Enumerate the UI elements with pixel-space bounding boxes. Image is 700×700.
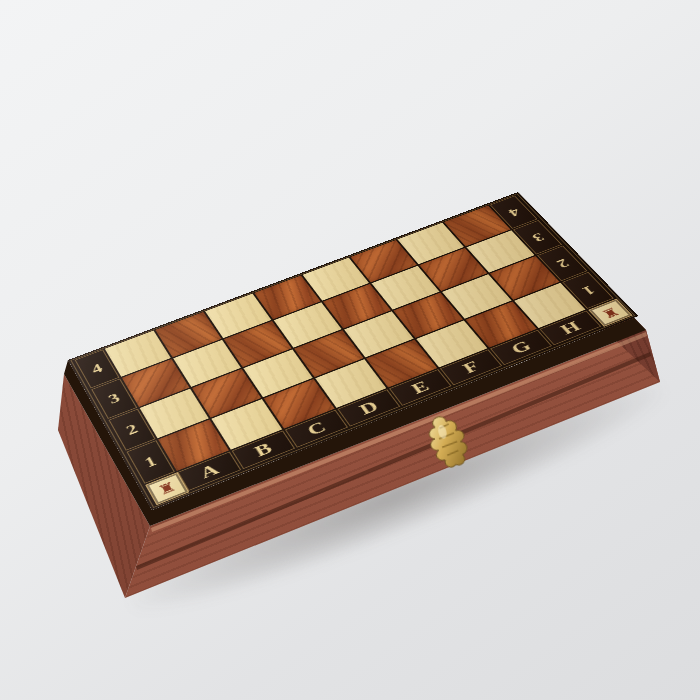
rank-label-right-2-text: 2 — [553, 256, 572, 270]
file-label-e-text: E — [408, 377, 433, 397]
rank-label-right-1-text: 1 — [578, 283, 597, 298]
file-label-a-text: A — [197, 460, 223, 482]
rook-icon: ♜ — [598, 305, 622, 320]
file-label-b-text: B — [251, 439, 276, 460]
file-label-h-text: H — [556, 318, 584, 338]
file-label-f-text: F — [459, 358, 483, 377]
photo-scene: 4321 4321 ABCDEFGH ♜ ♜ — [0, 0, 700, 700]
rank-label-left-4-text: 4 — [89, 361, 105, 376]
rank-label-right-3-text: 3 — [528, 230, 546, 244]
rank-label-left-2-text: 2 — [123, 421, 140, 438]
file-label-g-text: G — [507, 337, 535, 357]
file-label-c-text: C — [303, 418, 329, 439]
rank-label-left-3-text: 3 — [106, 390, 123, 406]
rank-label-left-1-text: 1 — [142, 453, 159, 470]
rank-label-right-4-text: 4 — [505, 205, 523, 218]
file-label-d-text: D — [356, 397, 382, 418]
rook-icon: ♜ — [155, 479, 178, 497]
